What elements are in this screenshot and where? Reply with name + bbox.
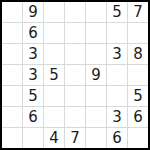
cell-r7c6[interactable]: 6 bbox=[107, 128, 127, 148]
cell-r6c2[interactable]: 6 bbox=[23, 107, 43, 127]
cell-r6c3[interactable] bbox=[44, 107, 64, 127]
cell-r2c7[interactable] bbox=[128, 23, 148, 43]
cell-r5c5[interactable] bbox=[86, 86, 106, 106]
cell-r1c6[interactable]: 5 bbox=[107, 2, 127, 22]
cell-r5c4[interactable] bbox=[65, 86, 85, 106]
cell-r4c6[interactable] bbox=[107, 65, 127, 85]
cell-r6c7[interactable]: 6 bbox=[128, 107, 148, 127]
cell-r3c5[interactable] bbox=[86, 44, 106, 64]
cell-r2c4[interactable] bbox=[65, 23, 85, 43]
cell-r2c3[interactable] bbox=[44, 23, 64, 43]
cell-r3c2[interactable]: 3 bbox=[23, 44, 43, 64]
cell-r1c4[interactable] bbox=[65, 2, 85, 22]
cell-r1c7[interactable]: 7 bbox=[128, 2, 148, 22]
cell-r7c5[interactable] bbox=[86, 128, 106, 148]
cell-r1c5[interactable] bbox=[86, 2, 106, 22]
cell-r7c1[interactable] bbox=[2, 128, 22, 148]
sudoku-board: 957633835955636476 bbox=[0, 0, 150, 150]
cell-r4c3[interactable]: 5 bbox=[44, 65, 64, 85]
cell-r3c3[interactable] bbox=[44, 44, 64, 64]
cell-r5c2[interactable]: 5 bbox=[23, 86, 43, 106]
cell-r4c7[interactable] bbox=[128, 65, 148, 85]
cell-r4c4[interactable] bbox=[65, 65, 85, 85]
cell-r4c2[interactable]: 3 bbox=[23, 65, 43, 85]
cell-r5c7[interactable]: 5 bbox=[128, 86, 148, 106]
cell-r3c6[interactable]: 3 bbox=[107, 44, 127, 64]
cell-r1c1[interactable] bbox=[2, 2, 22, 22]
cell-r4c5[interactable]: 9 bbox=[86, 65, 106, 85]
cell-r5c3[interactable] bbox=[44, 86, 64, 106]
cell-r7c4[interactable]: 7 bbox=[65, 128, 85, 148]
cell-r3c4[interactable] bbox=[65, 44, 85, 64]
cell-r1c2[interactable]: 9 bbox=[23, 2, 43, 22]
cell-r2c6[interactable] bbox=[107, 23, 127, 43]
cell-r3c7[interactable]: 8 bbox=[128, 44, 148, 64]
cell-r1c3[interactable] bbox=[44, 2, 64, 22]
cell-r6c5[interactable] bbox=[86, 107, 106, 127]
cell-r7c3[interactable]: 4 bbox=[44, 128, 64, 148]
cell-r2c5[interactable] bbox=[86, 23, 106, 43]
cell-r6c1[interactable] bbox=[2, 107, 22, 127]
cell-r6c4[interactable] bbox=[65, 107, 85, 127]
cell-r4c1[interactable] bbox=[2, 65, 22, 85]
cell-r5c1[interactable] bbox=[2, 86, 22, 106]
cell-r5c6[interactable] bbox=[107, 86, 127, 106]
cell-r3c1[interactable] bbox=[2, 44, 22, 64]
cell-r2c1[interactable] bbox=[2, 23, 22, 43]
cell-r7c7[interactable] bbox=[128, 128, 148, 148]
cell-r6c6[interactable]: 3 bbox=[107, 107, 127, 127]
cell-r7c2[interactable] bbox=[23, 128, 43, 148]
cell-r2c2[interactable]: 6 bbox=[23, 23, 43, 43]
